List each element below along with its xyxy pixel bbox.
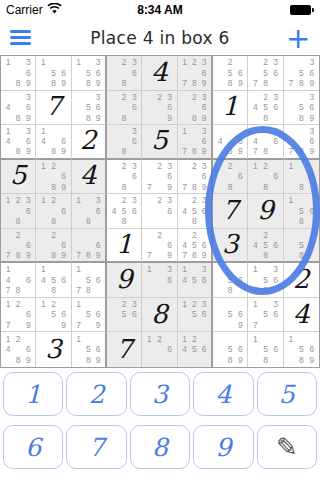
cell-r9c9[interactable]: 15689 <box>284 332 319 367</box>
hint-title: Place 4 in box 6 <box>40 28 280 48</box>
cell-r7c1[interactable]: 14678 <box>1 263 36 298</box>
candidate-grid: 124689 <box>1 332 35 367</box>
cell-r5c7[interactable]: 7 <box>213 194 248 229</box>
cell-r3c4[interactable]: 368 <box>107 125 142 160</box>
cell-r9c5[interactable]: 126 <box>142 332 177 367</box>
candidate-grid: 2369 <box>142 91 176 125</box>
cell-r6c3[interactable]: 6789 <box>72 229 107 264</box>
cell-r4c6[interactable]: 236789 <box>178 160 213 195</box>
placed-digit: 3 <box>36 332 70 367</box>
cell-r8c2[interactable]: 12569 <box>36 298 71 333</box>
numpad-button-1[interactable]: 1 <box>3 372 63 416</box>
candidate-grid: 126 <box>142 332 176 367</box>
cell-r3c8[interactable]: 34678 <box>248 125 283 160</box>
numpad-button-3[interactable]: 3 <box>130 372 190 416</box>
candidate-grid: 1236789 <box>178 56 211 90</box>
pencil-icon: ✎ <box>276 432 298 462</box>
placed-digit: 7 <box>107 332 141 367</box>
cell-r2c9[interactable]: 35689 <box>284 91 319 126</box>
cell-r3c7[interactable]: 4689 <box>213 125 248 160</box>
numpad-button-8[interactable]: 8 <box>130 425 190 469</box>
candidate-grid: 236789 <box>178 160 211 194</box>
cell-r1c4[interactable]: 2368 <box>107 56 142 91</box>
candidate-grid: 1268 <box>248 160 282 194</box>
candidate-grid: 15689 <box>72 332 105 367</box>
cell-r1c9[interactable]: 356789 <box>284 56 319 91</box>
cell-r1c7[interactable]: 25689 <box>213 56 248 91</box>
numpad-button-6[interactable]: 6 <box>3 425 63 469</box>
cell-r9c7[interactable]: 5689 <box>213 332 248 367</box>
candidate-grid: 136 <box>142 263 176 297</box>
cell-r9c3[interactable]: 15689 <box>72 332 107 367</box>
placed-digit: 5 <box>1 160 35 194</box>
candidate-grid: 236 <box>142 194 176 228</box>
candidate-grid: 234568 <box>248 91 282 125</box>
cell-r4c5[interactable]: 23679 <box>142 160 177 195</box>
candidate-grid: 12368 <box>1 194 35 228</box>
cell-r7c8[interactable]: 135678 <box>248 263 283 298</box>
cell-r8c3[interactable]: 15679 <box>72 298 107 333</box>
cell-r1c3[interactable]: 135689 <box>72 56 107 91</box>
candidate-grid: 15689 <box>284 332 319 367</box>
cell-r5c4[interactable]: 234568 <box>107 194 142 229</box>
cell-r4c8[interactable]: 1268 <box>248 160 283 195</box>
cell-r9c1[interactable]: 124689 <box>1 332 36 367</box>
pencil-button[interactable]: ✎ <box>257 425 317 469</box>
candidate-grid: 234568 <box>107 194 141 228</box>
cell-r5c1[interactable]: 12368 <box>1 194 36 229</box>
cell-r8c4[interactable]: 2356 <box>107 298 142 333</box>
candidate-grid: 12456 <box>178 332 211 367</box>
candidate-grid: 2368 <box>107 56 141 90</box>
cell-r3c1[interactable]: 134689 <box>1 125 36 160</box>
candidate-grid: 26789 <box>1 229 35 262</box>
numpad-button-4[interactable]: 4 <box>193 372 253 416</box>
cell-r5c8[interactable]: 9 <box>248 194 283 229</box>
cell-r7c5[interactable]: 136 <box>142 263 177 298</box>
hamburger-menu-icon[interactable] <box>10 30 31 45</box>
cell-r8c9[interactable]: 4 <box>284 298 319 333</box>
cell-r4c3[interactable]: 4 <box>72 160 107 195</box>
candidate-grid: 13689 <box>1 56 35 90</box>
placed-digit: 4 <box>284 298 319 332</box>
candidate-grid: 2456789 <box>178 229 211 262</box>
placed-digit: 1 <box>213 91 247 125</box>
candidate-grid: 135678 <box>248 263 282 297</box>
placed-digit: 2 <box>284 263 319 297</box>
candidate-grid: 568 <box>284 229 319 262</box>
candidate-grid: 12569 <box>36 298 70 332</box>
cell-r4c9[interactable]: 168 <box>284 160 319 195</box>
candidate-grid: 4689 <box>213 125 247 158</box>
cell-r9c8[interactable]: 1568 <box>248 332 283 367</box>
candidate-grid: 25689 <box>213 56 247 90</box>
candidate-grid: 35689 <box>72 91 105 125</box>
cell-r8c7[interactable]: 569 <box>213 298 248 333</box>
cell-r9c2[interactable]: 3 <box>36 332 71 367</box>
clock: 8:34 AM <box>0 3 320 17</box>
candidate-grid: 23679 <box>142 160 176 194</box>
placed-digit: 3 <box>213 229 247 262</box>
cell-r3c9[interactable]: 36789 <box>284 125 319 160</box>
candidate-grid: 569 <box>213 298 247 332</box>
candidate-grid: 15679 <box>72 298 105 332</box>
candidate-grid: 2356 <box>107 298 141 332</box>
cell-r2c6[interactable]: 23689 <box>178 91 213 126</box>
cell-r6c7[interactable]: 3 <box>213 229 248 264</box>
candidate-grid: 14678 <box>1 263 35 297</box>
cell-r6c1[interactable]: 26789 <box>1 229 36 264</box>
cell-r5c6[interactable]: 234568 <box>178 194 213 229</box>
cell-r8c5[interactable]: 8 <box>142 298 177 333</box>
cell-r6c9[interactable]: 568 <box>284 229 319 264</box>
candidate-grid: 568 <box>213 263 247 297</box>
candidate-grid: 368 <box>107 125 141 158</box>
candidate-grid: 36789 <box>284 125 319 158</box>
placed-digit: 4 <box>142 56 176 90</box>
cell-r6c8[interactable]: 24568 <box>248 229 283 264</box>
candidate-grid: 234568 <box>178 194 211 228</box>
candidate-grid: 134689 <box>1 125 35 158</box>
cell-r8c1[interactable]: 12679 <box>1 298 36 333</box>
candidate-grid: 1568 <box>284 194 319 228</box>
cell-r3c2[interactable]: 14689 <box>36 125 71 160</box>
candidate-grid: 2368 <box>107 91 141 125</box>
cell-r6c6[interactable]: 2456789 <box>178 229 213 264</box>
numpad-button-2[interactable]: 2 <box>66 372 126 416</box>
cell-r1c6[interactable]: 1236789 <box>178 56 213 91</box>
candidate-grid: 13567 <box>248 298 282 332</box>
placed-digit: 2 <box>72 125 105 158</box>
cell-r2c2[interactable]: 7 <box>36 91 71 126</box>
sudoku-app: Carrier 8:34 AM Place 4 in box 6 + 13689… <box>0 0 320 480</box>
candidate-grid: 2679 <box>142 229 176 262</box>
candidate-grid: 5689 <box>213 332 247 367</box>
cell-r5c3[interactable]: 1368 <box>72 194 107 229</box>
cell-r6c2[interactable]: 2689 <box>36 229 71 264</box>
candidate-grid: 2689 <box>36 229 70 262</box>
candidate-grid: 34678 <box>248 125 282 158</box>
candidate-grid: 168 <box>284 160 319 194</box>
cell-r2c4[interactable]: 2368 <box>107 91 142 126</box>
candidate-grid: 1368 <box>72 194 105 228</box>
cell-r9c6[interactable]: 12456 <box>178 332 213 367</box>
placed-digit: 5 <box>142 125 176 158</box>
cell-r3c5[interactable]: 5 <box>142 125 177 160</box>
cell-r3c3[interactable]: 2 <box>72 125 107 160</box>
candidate-grid: 12689 <box>36 160 70 194</box>
numpad-button-9[interactable]: 9 <box>193 425 253 469</box>
new-game-button[interactable]: + <box>286 24 310 52</box>
cell-r2c1[interactable]: 34689 <box>1 91 36 126</box>
placed-digit: 7 <box>213 194 247 228</box>
cell-r7c9[interactable]: 2 <box>284 263 319 298</box>
placed-digit: 7 <box>36 91 70 125</box>
cell-r7c7[interactable]: 568 <box>213 263 248 298</box>
candidate-grid: 24568 <box>248 229 282 262</box>
candidate-grid: 34689 <box>1 91 35 125</box>
nav-bar: Place 4 in box 6 + <box>0 20 320 55</box>
candidate-grid: 15678 <box>72 263 105 297</box>
sudoku-cells: 1368915689135689236841236789256892356783… <box>1 56 319 367</box>
candidate-grid: 23689 <box>178 91 211 125</box>
candidate-grid: 12679 <box>1 298 35 332</box>
cell-r2c7[interactable]: 1 <box>213 91 248 126</box>
candidate-grid: 14689 <box>36 125 70 158</box>
cell-r8c6[interactable]: 12356 <box>178 298 213 333</box>
cell-r1c5[interactable]: 4 <box>142 56 177 91</box>
sudoku-board: 1368915689135689236841236789256892356783… <box>0 55 320 368</box>
cell-r2c5[interactable]: 2369 <box>142 91 177 126</box>
cell-r5c5[interactable]: 236 <box>142 194 177 229</box>
candidate-grid: 135689 <box>72 56 105 90</box>
cell-r1c1[interactable]: 13689 <box>1 56 36 91</box>
cell-r2c8[interactable]: 234568 <box>248 91 283 126</box>
candidate-grid: 136789 <box>178 125 211 158</box>
cell-r4c4[interactable]: 2368 <box>107 160 142 195</box>
number-pad: 123456789✎ <box>0 368 320 469</box>
cell-r8c8[interactable]: 13567 <box>248 298 283 333</box>
cell-r3c6[interactable]: 136789 <box>178 125 213 160</box>
placed-digit: 9 <box>248 194 282 228</box>
candidate-grid: 35689 <box>284 91 319 125</box>
candidate-grid: 235678 <box>248 56 282 90</box>
candidate-grid: 14568 <box>36 263 70 297</box>
cell-r4c1[interactable]: 5 <box>1 160 36 195</box>
cell-r7c3[interactable]: 15678 <box>72 263 107 298</box>
cell-r6c4[interactable]: 1 <box>107 229 142 264</box>
numpad-button-7[interactable]: 7 <box>66 425 126 469</box>
placed-digit: 4 <box>72 160 105 194</box>
cell-r7c6[interactable]: 13456 <box>178 263 213 298</box>
placed-digit: 9 <box>107 263 141 297</box>
candidate-grid: 15689 <box>36 56 70 90</box>
status-bar: Carrier 8:34 AM <box>0 0 320 20</box>
cell-r4c7[interactable]: 268 <box>213 160 248 195</box>
cell-r1c2[interactable]: 15689 <box>36 56 71 91</box>
cell-r6c5[interactable]: 2679 <box>142 229 177 264</box>
cell-r1c8[interactable]: 235678 <box>248 56 283 91</box>
candidate-grid: 2368 <box>107 160 141 194</box>
candidate-grid: 1568 <box>248 332 282 367</box>
candidate-grid: 12356 <box>178 298 211 332</box>
cell-r2c3[interactable]: 35689 <box>72 91 107 126</box>
placed-digit: 1 <box>107 229 141 262</box>
candidate-grid: 6789 <box>72 229 105 262</box>
numpad-button-5[interactable]: 5 <box>257 372 317 416</box>
candidate-grid: 268 <box>213 160 247 194</box>
cell-r5c2[interactable]: 1268 <box>36 194 71 229</box>
candidate-grid: 1268 <box>36 194 70 228</box>
cell-r4c2[interactable]: 12689 <box>36 160 71 195</box>
cell-r5c9[interactable]: 1568 <box>284 194 319 229</box>
candidate-grid: 356789 <box>284 56 319 90</box>
candidate-grid: 13456 <box>178 263 211 297</box>
cell-r7c4[interactable]: 9 <box>107 263 142 298</box>
placed-digit: 8 <box>142 298 176 332</box>
cell-r7c2[interactable]: 14568 <box>36 263 71 298</box>
cell-r9c4[interactable]: 7 <box>107 332 142 367</box>
